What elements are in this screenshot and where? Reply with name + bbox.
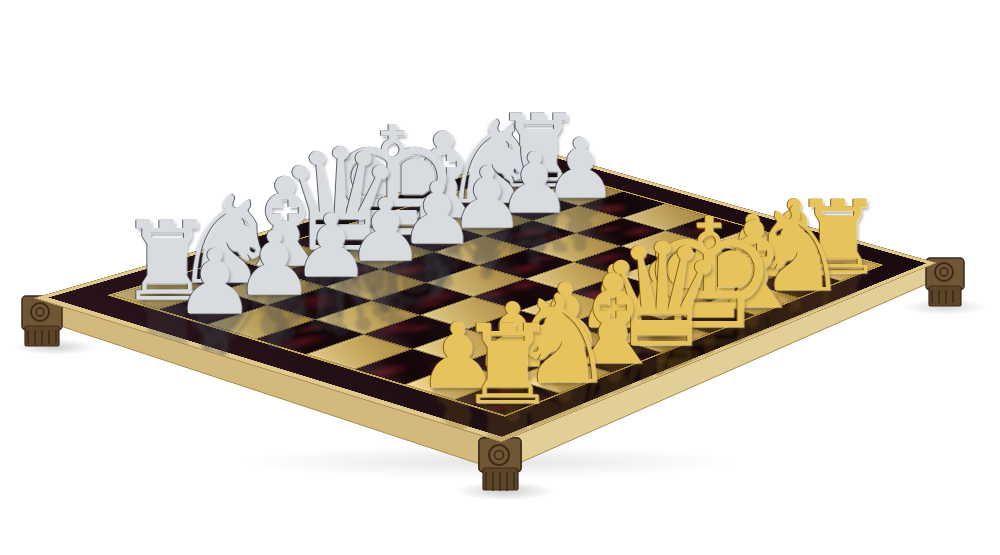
board-foot-near [479, 438, 521, 491]
chess-set-photo: ♜♟♞♟♝♟♚♟♛♟♟♝♜♟♟♞♞♟♟♜♝♟♟♚♟♛♟♝♟♞♟♜ ♜♟♞♟♝♟♚… [0, 0, 1000, 555]
board-foot-right [926, 258, 964, 306]
